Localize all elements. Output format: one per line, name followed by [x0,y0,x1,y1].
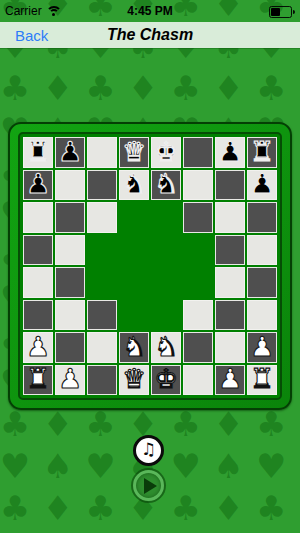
suit-glyph: ♣ [85,71,115,105]
square-c3[interactable] [87,300,117,331]
black-pawn-piece: ♟ [218,138,242,165]
square-g7[interactable] [215,170,245,201]
square-g1[interactable]: ♟ [215,365,245,396]
suit-glyph: ♥ [256,449,286,483]
square-e3[interactable] [151,300,181,331]
square-e5[interactable] [151,235,181,266]
square-b3[interactable] [55,300,85,331]
square-a3[interactable] [23,300,53,331]
square-h2[interactable]: ♟ [247,332,277,363]
square-f3[interactable] [183,300,213,331]
square-b2[interactable] [55,332,85,363]
navigation-bar: The Chasm Back [0,22,300,48]
suit-glyph: ♣ [256,71,286,105]
clock: 4:45 PM [0,4,300,18]
square-h1[interactable]: ♜ [247,365,277,396]
white-knight-piece: ♞ [122,333,146,360]
suit-glyph: ♦ [213,407,243,441]
square-f1[interactable] [183,365,213,396]
suit-glyph: ♦ [42,491,72,525]
square-b7[interactable] [55,170,85,201]
square-b4[interactable] [55,267,85,298]
square-d1[interactable]: ♛ [119,365,149,396]
suit-glyph: ♦ [213,71,243,105]
square-d8[interactable]: ♛ [119,137,149,168]
square-a2[interactable]: ♟ [23,332,53,363]
square-b5[interactable] [55,235,85,266]
square-g3[interactable] [215,300,245,331]
black-queen-piece: ♛ [122,138,146,165]
square-g2[interactable] [215,332,245,363]
square-a8[interactable]: ♜ [23,137,53,168]
black-rook-piece: ♜ [250,138,274,165]
square-a5[interactable] [23,235,53,266]
white-queen-piece: ♛ [122,365,146,392]
suit-glyph: ♠ [213,449,243,483]
suit-glyph: ♥ [0,449,30,483]
square-f5[interactable] [183,235,213,266]
square-a7[interactable]: ♟ [23,170,53,201]
suit-glyph: ♣ [0,71,30,105]
white-rook-piece: ♜ [26,365,50,392]
square-a4[interactable] [23,267,53,298]
square-h5[interactable] [247,235,277,266]
suit-glyph: ♣ [0,491,30,525]
phone-screen: ♣♦♣♦♣♦♣♥♠♥♠♥♠♥♣♦♣♦♣♦♣♥♠♥♠♥♠♥♣♦♣♦♣♦♣♥♠♥♠♥… [0,0,300,533]
square-f6[interactable] [183,202,213,233]
black-pawn-piece: ♟ [58,138,82,165]
square-d6[interactable] [119,202,149,233]
white-pawn-piece: ♟ [250,333,274,360]
square-f7[interactable] [183,170,213,201]
square-f8[interactable] [183,137,213,168]
suit-glyph: ♣ [0,407,30,441]
suit-glyph: ♦ [42,71,72,105]
square-c1[interactable] [87,365,117,396]
square-c5[interactable] [87,235,117,266]
black-pawn-piece: ♟ [26,170,50,197]
page-title: The Chasm [0,26,300,44]
suit-glyph: ♣ [171,491,201,525]
square-d5[interactable] [119,235,149,266]
battery-fill [271,8,280,16]
square-b1[interactable]: ♟ [55,365,85,396]
suit-glyph: ♦ [128,71,158,105]
suit-glyph: ♠ [42,449,72,483]
square-g4[interactable] [215,267,245,298]
square-g5[interactable] [215,235,245,266]
square-c8[interactable] [87,137,117,168]
play-button[interactable] [133,470,164,501]
square-h4[interactable] [247,267,277,298]
square-h8[interactable]: ♜ [247,137,277,168]
square-e6[interactable] [151,202,181,233]
square-c4[interactable] [87,267,117,298]
white-king-piece: ♚ [154,365,178,392]
white-rook-piece: ♜ [250,365,274,392]
square-d3[interactable] [119,300,149,331]
chess-board: ♜♟♛♚♟♜♟♞♞♟♟♞♞♟♜♟♛♚♟♜ [18,132,282,400]
white-pawn-piece: ♟ [58,365,82,392]
black-pawn-piece: ♟ [250,170,274,197]
white-knight-piece: ♞ [154,333,178,360]
square-e2[interactable]: ♞ [151,332,181,363]
square-c2[interactable] [87,332,117,363]
music-note-icon: ♫ [141,441,156,458]
square-c6[interactable] [87,202,117,233]
white-pawn-piece: ♟ [26,333,50,360]
status-bar: Carrier 4:45 PM [0,0,300,22]
square-f2[interactable] [183,332,213,363]
square-d7[interactable]: ♞ [119,170,149,201]
black-knight-piece: ♞ [154,170,178,197]
square-a6[interactable] [23,202,53,233]
suit-glyph: ♣ [171,71,201,105]
square-c7[interactable] [87,170,117,201]
square-h6[interactable] [247,202,277,233]
black-knight-piece: ♞ [122,170,146,197]
suit-glyph: ♥ [171,449,201,483]
square-e7[interactable]: ♞ [151,170,181,201]
chess-board-frame: ♜♟♛♚♟♜♟♞♞♟♟♞♞♟♜♟♛♚♟♜ [8,122,292,410]
square-e1[interactable]: ♚ [151,365,181,396]
suit-glyph: ♣ [256,407,286,441]
square-a1[interactable]: ♜ [23,365,53,396]
battery-icon [269,6,292,18]
suit-glyph: ♦ [42,407,72,441]
square-b8[interactable]: ♟ [55,137,85,168]
square-g8[interactable]: ♟ [215,137,245,168]
square-f4[interactable] [183,267,213,298]
square-h3[interactable] [247,300,277,331]
square-d4[interactable] [119,267,149,298]
white-pawn-piece: ♟ [218,365,242,392]
black-king-piece: ♚ [154,138,178,165]
suit-glyph: ♣ [171,407,201,441]
square-d2[interactable]: ♞ [119,332,149,363]
square-e4[interactable] [151,267,181,298]
black-rook-piece: ♜ [26,138,50,165]
suit-glyph: ♣ [85,407,115,441]
play-icon [144,478,157,494]
square-e8[interactable]: ♚ [151,137,181,168]
suit-glyph: ♥ [85,449,115,483]
square-b6[interactable] [55,202,85,233]
suit-glyph: ♦ [213,491,243,525]
suit-glyph: ♣ [85,491,115,525]
square-g6[interactable] [215,202,245,233]
music-button[interactable]: ♫ [133,435,164,466]
square-h7[interactable]: ♟ [247,170,277,201]
suit-glyph: ♣ [256,491,286,525]
